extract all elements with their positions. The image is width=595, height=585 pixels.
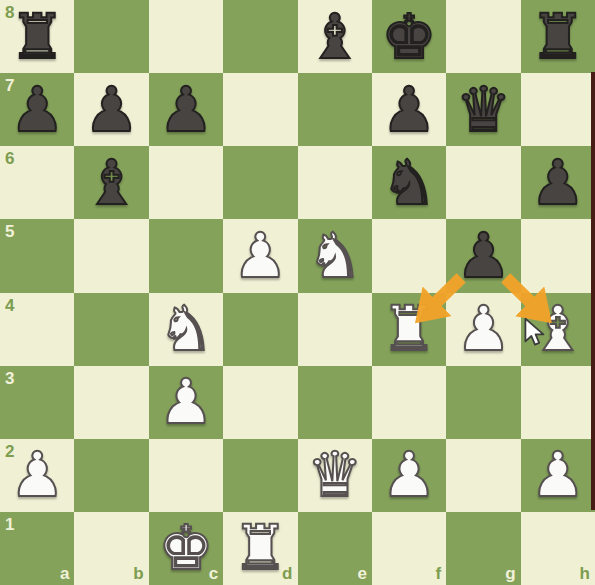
square-e6[interactable]: [298, 146, 372, 219]
square-d1[interactable]: d♜: [223, 512, 297, 585]
file-label-g: g: [505, 565, 515, 582]
square-h6[interactable]: ♟: [521, 146, 595, 219]
square-f3[interactable]: [372, 366, 446, 439]
square-d5[interactable]: ♟: [223, 219, 297, 292]
square-d6[interactable]: [223, 146, 297, 219]
square-b8[interactable]: [74, 0, 148, 73]
square-b1[interactable]: b: [74, 512, 148, 585]
square-e8[interactable]: ♝: [298, 0, 372, 73]
square-c3[interactable]: ♟: [149, 366, 223, 439]
piece-white-pawn-h2[interactable]: ♟: [530, 444, 586, 506]
square-f6[interactable]: ♞: [372, 146, 446, 219]
square-a8[interactable]: 8♜: [0, 0, 74, 73]
square-h3[interactable]: [521, 366, 595, 439]
piece-black-bishop-b6[interactable]: ♝: [84, 152, 140, 214]
square-a7[interactable]: 7♟: [0, 73, 74, 146]
piece-black-bishop-e8[interactable]: ♝: [307, 6, 363, 68]
square-h1[interactable]: h: [521, 512, 595, 585]
square-e2[interactable]: ♛: [298, 439, 372, 512]
square-e5[interactable]: ♞: [298, 219, 372, 292]
square-a5[interactable]: 5: [0, 219, 74, 292]
square-f1[interactable]: f: [372, 512, 446, 585]
square-f8[interactable]: ♚: [372, 0, 446, 73]
square-c2[interactable]: [149, 439, 223, 512]
square-g2[interactable]: [446, 439, 520, 512]
square-g1[interactable]: g: [446, 512, 520, 585]
square-a3[interactable]: 3: [0, 366, 74, 439]
square-h8[interactable]: ♜: [521, 0, 595, 73]
square-d4[interactable]: [223, 293, 297, 366]
piece-black-pawn-c7[interactable]: ♟: [158, 79, 214, 141]
rank-label-5: 5: [5, 223, 14, 240]
square-c7[interactable]: ♟: [149, 73, 223, 146]
square-a2[interactable]: 2♟: [0, 439, 74, 512]
piece-black-pawn-g5[interactable]: ♟: [456, 225, 512, 287]
piece-white-pawn-f2[interactable]: ♟: [381, 444, 437, 506]
piece-white-bishop-h4[interactable]: ♝: [530, 298, 586, 360]
square-h2[interactable]: ♟: [521, 439, 595, 512]
square-g4[interactable]: ♟: [446, 293, 520, 366]
square-h7[interactable]: [521, 73, 595, 146]
square-c4[interactable]: ♞: [149, 293, 223, 366]
piece-white-pawn-a2[interactable]: ♟: [9, 444, 65, 506]
piece-white-pawn-d5[interactable]: ♟: [233, 225, 289, 287]
window-edge: [591, 72, 595, 510]
square-h4[interactable]: ♝: [521, 293, 595, 366]
rank-label-6: 6: [5, 150, 14, 167]
square-f2[interactable]: ♟: [372, 439, 446, 512]
piece-white-knight-e5[interactable]: ♞: [307, 225, 363, 287]
file-label-f: f: [436, 565, 442, 582]
square-f5[interactable]: [372, 219, 446, 292]
square-g5[interactable]: ♟: [446, 219, 520, 292]
square-b5[interactable]: [74, 219, 148, 292]
piece-black-knight-f6[interactable]: ♞: [381, 152, 437, 214]
piece-white-pawn-g4[interactable]: ♟: [456, 298, 512, 360]
file-label-b: b: [133, 565, 143, 582]
piece-black-pawn-a7[interactable]: ♟: [9, 79, 65, 141]
file-label-a: a: [60, 565, 69, 582]
square-b7[interactable]: ♟: [74, 73, 148, 146]
square-e7[interactable]: [298, 73, 372, 146]
file-label-h: h: [580, 565, 590, 582]
piece-black-rook-a8[interactable]: ♜: [9, 6, 65, 68]
square-c8[interactable]: [149, 0, 223, 73]
square-c5[interactable]: [149, 219, 223, 292]
piece-white-rook-d1[interactable]: ♜: [233, 517, 289, 579]
square-d2[interactable]: [223, 439, 297, 512]
rank-label-4: 4: [5, 297, 14, 314]
square-a1[interactable]: 1a: [0, 512, 74, 585]
square-f4[interactable]: ♜: [372, 293, 446, 366]
square-e4[interactable]: [298, 293, 372, 366]
square-f7[interactable]: ♟: [372, 73, 446, 146]
square-b3[interactable]: [74, 366, 148, 439]
piece-black-pawn-b7[interactable]: ♟: [84, 79, 140, 141]
piece-black-pawn-h6[interactable]: ♟: [530, 152, 586, 214]
chess-board-screenshot: 8♜♝♚♜7♟♟♟♟♛6♝♞♟5♟♞♟4♞♜♟♝3♟2♟♛♟♟1abc♚d♜ef…: [0, 0, 595, 585]
square-g8[interactable]: [446, 0, 520, 73]
square-b4[interactable]: [74, 293, 148, 366]
chess-board[interactable]: 8♜♝♚♜7♟♟♟♟♛6♝♞♟5♟♞♟4♞♜♟♝3♟2♟♛♟♟1abc♚d♜ef…: [0, 0, 595, 585]
square-c1[interactable]: c♚: [149, 512, 223, 585]
square-g7[interactable]: ♛: [446, 73, 520, 146]
square-g6[interactable]: [446, 146, 520, 219]
square-c6[interactable]: [149, 146, 223, 219]
square-e1[interactable]: e: [298, 512, 372, 585]
piece-black-rook-h8[interactable]: ♜: [530, 6, 586, 68]
square-d7[interactable]: [223, 73, 297, 146]
piece-black-queen-g7[interactable]: ♛: [456, 79, 512, 141]
square-b2[interactable]: [74, 439, 148, 512]
piece-white-knight-c4[interactable]: ♞: [158, 298, 214, 360]
square-d3[interactable]: [223, 366, 297, 439]
piece-white-king-c1[interactable]: ♚: [158, 517, 214, 579]
rank-label-3: 3: [5, 370, 14, 387]
file-label-e: e: [357, 565, 366, 582]
square-b6[interactable]: ♝: [74, 146, 148, 219]
square-a6[interactable]: 6: [0, 146, 74, 219]
square-g3[interactable]: [446, 366, 520, 439]
piece-white-queen-e2[interactable]: ♛: [307, 444, 363, 506]
square-d8[interactable]: [223, 0, 297, 73]
piece-black-king-f8[interactable]: ♚: [381, 6, 437, 68]
piece-white-pawn-c3[interactable]: ♟: [158, 371, 214, 433]
rank-label-1: 1: [5, 516, 14, 533]
piece-white-rook-f4[interactable]: ♜: [381, 298, 437, 360]
piece-black-pawn-f7[interactable]: ♟: [381, 79, 437, 141]
square-h5[interactable]: [521, 219, 595, 292]
square-a4[interactable]: 4: [0, 293, 74, 366]
square-e3[interactable]: [298, 366, 372, 439]
